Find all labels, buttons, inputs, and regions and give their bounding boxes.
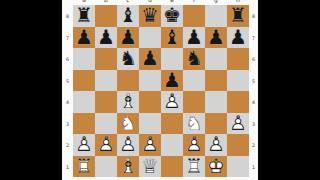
black-pawn: ♟: [183, 27, 205, 49]
rank-label-left-6: 6: [63, 50, 72, 67]
square-f5[interactable]: [183, 70, 205, 92]
square-e7[interactable]: ♝: [161, 27, 183, 49]
square-a2[interactable]: ♟♙: [73, 134, 95, 156]
square-f3[interactable]: ♞♘: [183, 113, 205, 135]
board-panel: abcdefgh 87654321 87654321 ♜♝♛♚♜♟♟♟♝♟♟♟♞…: [62, 0, 258, 180]
square-c5[interactable]: [117, 70, 139, 92]
square-h1[interactable]: [227, 156, 249, 178]
file-labels-top: abcdefgh: [73, 0, 249, 4]
square-b5[interactable]: [95, 70, 117, 92]
square-d2[interactable]: ♟♙: [139, 134, 161, 156]
square-e2[interactable]: [161, 134, 183, 156]
rank-label-left-4: 4: [63, 93, 72, 110]
square-d5[interactable]: [139, 70, 161, 92]
black-queen: ♛: [139, 5, 161, 27]
white-bishop: ♝♗: [117, 156, 139, 178]
square-g1[interactable]: ♚♔: [205, 156, 227, 178]
rank-label-left-8: 8: [63, 7, 72, 24]
file-label-b: b: [95, 0, 117, 3]
square-g7[interactable]: ♟: [205, 27, 227, 49]
white-pawn: ♟♙: [183, 134, 205, 156]
square-b8[interactable]: [95, 5, 117, 27]
white-pawn: ♟♙: [227, 113, 249, 135]
rank-label-right-1: 1: [250, 158, 257, 175]
square-a5[interactable]: [73, 70, 95, 92]
rank-labels-left: 87654321: [62, 5, 73, 177]
rank-label-left-1: 1: [63, 158, 72, 175]
square-b3[interactable]: [95, 113, 117, 135]
square-d8[interactable]: ♛: [139, 5, 161, 27]
square-f4[interactable]: [183, 91, 205, 113]
rank-label-right-8: 8: [250, 7, 257, 24]
square-e4[interactable]: ♟♙: [161, 91, 183, 113]
white-knight: ♞♘: [183, 113, 205, 135]
square-a6[interactable]: [73, 48, 95, 70]
white-king: ♚♔: [205, 156, 227, 178]
rank-label-right-7: 7: [250, 29, 257, 46]
square-f8[interactable]: [183, 5, 205, 27]
square-c6[interactable]: ♞: [117, 48, 139, 70]
square-e3[interactable]: [161, 113, 183, 135]
square-h4[interactable]: [227, 91, 249, 113]
black-rook: ♜: [73, 5, 95, 27]
rank-label-left-3: 3: [63, 115, 72, 132]
rank-label-right-5: 5: [250, 72, 257, 89]
square-d4[interactable]: [139, 91, 161, 113]
square-g2[interactable]: ♟♙: [205, 134, 227, 156]
square-a7[interactable]: ♟: [73, 27, 95, 49]
white-pawn: ♟♙: [73, 134, 95, 156]
square-h6[interactable]: [227, 48, 249, 70]
white-pawn: ♟♙: [95, 134, 117, 156]
square-f7[interactable]: ♟: [183, 27, 205, 49]
rank-label-right-2: 2: [250, 136, 257, 153]
white-rook: ♜♖: [183, 156, 205, 178]
square-g5[interactable]: [205, 70, 227, 92]
black-pawn: ♟: [117, 27, 139, 49]
black-pawn: ♟: [161, 70, 183, 92]
square-d6[interactable]: ♟: [139, 48, 161, 70]
square-d1[interactable]: ♛♕: [139, 156, 161, 178]
square-h7[interactable]: ♟: [227, 27, 249, 49]
square-b4[interactable]: [95, 91, 117, 113]
black-rook: ♜: [227, 5, 249, 27]
square-h2[interactable]: [227, 134, 249, 156]
square-b6[interactable]: [95, 48, 117, 70]
square-h8[interactable]: ♜: [227, 5, 249, 27]
black-pawn: ♟: [139, 48, 161, 70]
black-pawn: ♟: [227, 27, 249, 49]
square-f1[interactable]: ♜♖: [183, 156, 205, 178]
file-label-f: f: [183, 0, 205, 3]
square-b2[interactable]: ♟♙: [95, 134, 117, 156]
white-queen: ♛♕: [139, 156, 161, 178]
black-bishop: ♝: [117, 5, 139, 27]
square-h5[interactable]: [227, 70, 249, 92]
square-c2[interactable]: ♟♙: [117, 134, 139, 156]
square-g3[interactable]: [205, 113, 227, 135]
white-rook: ♜♖: [73, 156, 95, 178]
square-f6[interactable]: ♞: [183, 48, 205, 70]
black-pawn: ♟: [73, 27, 95, 49]
square-e1[interactable]: [161, 156, 183, 178]
black-knight: ♞: [117, 48, 139, 70]
rank-label-right-4: 4: [250, 93, 257, 110]
black-pawn: ♟: [95, 27, 117, 49]
square-h3[interactable]: ♟♙: [227, 113, 249, 135]
rank-labels-right: 87654321: [249, 5, 258, 177]
rank-label-left-2: 2: [63, 136, 72, 153]
square-d7[interactable]: [139, 27, 161, 49]
square-c7[interactable]: ♟: [117, 27, 139, 49]
white-pawn: ♟♙: [161, 91, 183, 113]
rank-label-right-3: 3: [250, 115, 257, 132]
letterbox-right: [258, 0, 320, 180]
white-pawn: ♟♙: [205, 134, 227, 156]
square-e8[interactable]: ♚: [161, 5, 183, 27]
chess-board: ♜♝♛♚♜♟♟♟♝♟♟♟♞♟♞♟♝♗♟♙♞♘♞♘♟♙♟♙♟♙♟♙♟♙♟♙♟♙♜♖…: [73, 5, 249, 177]
square-a8[interactable]: ♜: [73, 5, 95, 27]
square-c4[interactable]: ♝♗: [117, 91, 139, 113]
square-a3[interactable]: [73, 113, 95, 135]
white-pawn: ♟♙: [117, 134, 139, 156]
square-g8[interactable]: [205, 5, 227, 27]
square-e6[interactable]: [161, 48, 183, 70]
screenshot-stage: abcdefgh 87654321 87654321 ♜♝♛♚♜♟♟♟♝♟♟♟♞…: [0, 0, 320, 180]
square-b7[interactable]: ♟: [95, 27, 117, 49]
black-pawn: ♟: [205, 27, 227, 49]
square-d3[interactable]: [139, 113, 161, 135]
square-g6[interactable]: [205, 48, 227, 70]
rank-label-left-7: 7: [63, 29, 72, 46]
rank-label-right-6: 6: [250, 50, 257, 67]
white-knight: ♞♘: [117, 113, 139, 135]
square-b1[interactable]: [95, 156, 117, 178]
black-king: ♚: [161, 5, 183, 27]
square-c1[interactable]: ♝♗: [117, 156, 139, 178]
file-label-g: g: [205, 0, 227, 3]
black-knight: ♞: [183, 48, 205, 70]
square-c8[interactable]: ♝: [117, 5, 139, 27]
white-bishop: ♝♗: [117, 91, 139, 113]
square-g4[interactable]: [205, 91, 227, 113]
square-a4[interactable]: [73, 91, 95, 113]
black-bishop: ♝: [161, 27, 183, 49]
square-c3[interactable]: ♞♘: [117, 113, 139, 135]
square-f2[interactable]: ♟♙: [183, 134, 205, 156]
square-a1[interactable]: ♜♖: [73, 156, 95, 178]
letterbox-left: [0, 0, 62, 180]
square-e5[interactable]: ♟: [161, 70, 183, 92]
white-pawn: ♟♙: [139, 134, 161, 156]
rank-label-left-5: 5: [63, 72, 72, 89]
